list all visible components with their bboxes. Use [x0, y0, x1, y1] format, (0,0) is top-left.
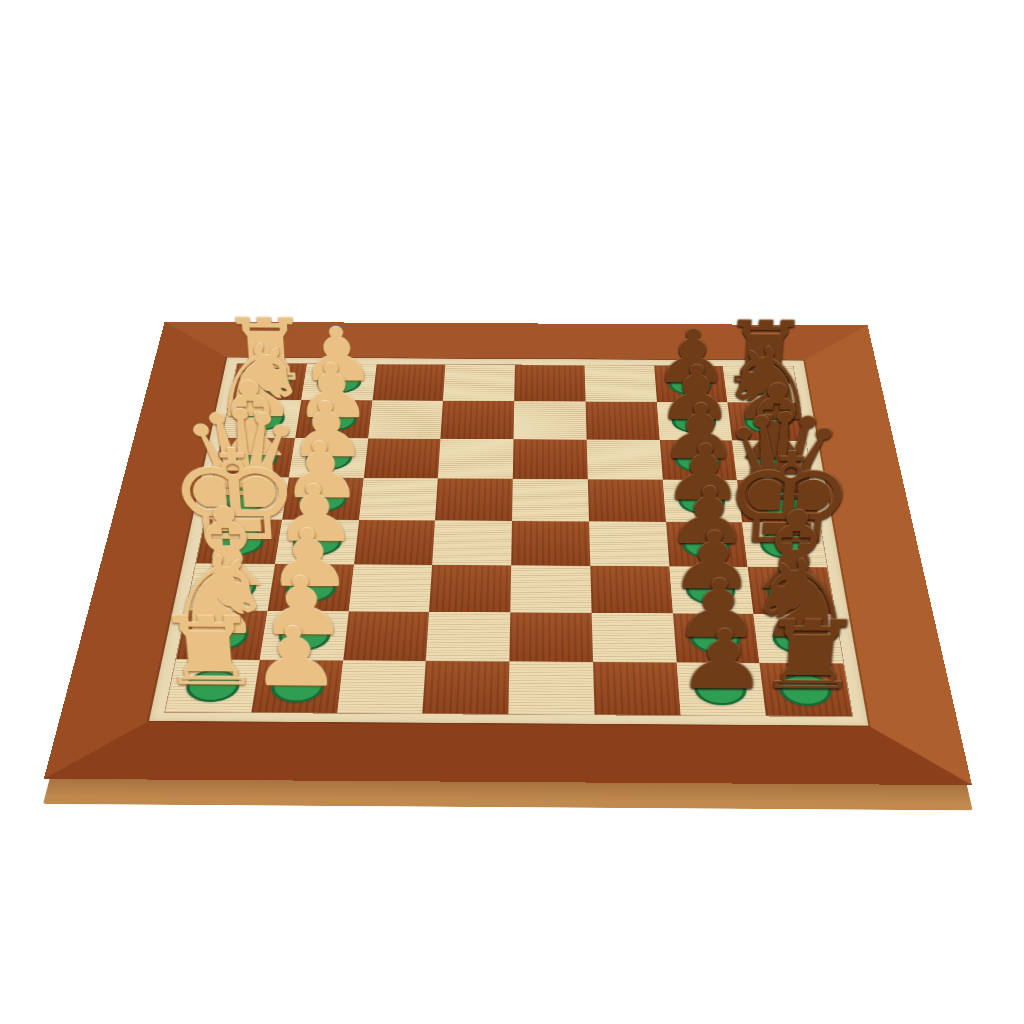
board-frame: ♜♟♟♜♞♟♟♞♝♟♟♝♛♟♟♛♚♟♟♚♝♟♟♝♞♟♟♞♜♟♟♜: [44, 322, 972, 786]
square-c4: [438, 439, 513, 479]
square-b4: [441, 401, 515, 439]
piece-dark-rook: ♜: [753, 608, 868, 703]
square-b3: [368, 400, 443, 438]
square-d5: [512, 479, 589, 521]
square-b6: [585, 401, 659, 439]
square-h5: [508, 662, 594, 715]
square-b5: [514, 401, 587, 439]
square-g4: [426, 612, 510, 662]
square-e3: [354, 520, 436, 565]
piece-white-pawn: ♟: [246, 616, 343, 698]
square-c6: [586, 439, 662, 479]
square-a5: [514, 365, 585, 402]
square-h2: ♟: [251, 660, 343, 713]
square-h7: ♟: [676, 663, 766, 716]
square-h4: [423, 661, 510, 714]
square-g5: [509, 612, 592, 662]
chess-board: ♜♟♟♜♞♟♟♞♝♟♟♝♛♟♟♛♚♟♟♚♝♟♟♝♞♟♟♞♜♟♟♜: [44, 322, 972, 786]
square-h1: ♜: [165, 660, 259, 713]
board-grid: ♜♟♟♜♞♟♟♞♝♟♟♝♛♟♟♛♚♟♟♚♝♟♟♝♞♟♟♞♜♟♟♜: [165, 363, 852, 716]
square-g6: [591, 613, 676, 663]
square-c3: [363, 438, 440, 478]
square-d3: [359, 478, 438, 520]
square-h8: ♜: [760, 663, 852, 716]
square-f5: [510, 565, 591, 612]
square-f6: [590, 566, 672, 613]
square-h6: [593, 662, 680, 715]
board-inlay: ♜♟♟♜♞♟♟♞♝♟♟♝♛♟♟♛♚♟♟♚♝♟♟♝♞♟♟♞♜♟♟♜: [149, 357, 868, 725]
square-e6: [589, 521, 669, 566]
square-a4: [443, 365, 515, 402]
square-a6: [584, 365, 656, 402]
perspective-wrapper: ♜♟♟♜♞♟♟♞♝♟♟♝♛♟♟♛♚♟♟♚♝♟♟♝♞♟♟♞♜♟♟♜: [0, 0, 1024, 1024]
square-a3: [372, 364, 445, 400]
square-h3: [337, 661, 426, 714]
square-d4: [435, 479, 513, 521]
square-f3: [348, 564, 432, 611]
square-c5: [513, 439, 588, 479]
square-e5: [511, 521, 590, 566]
square-d6: [588, 479, 666, 522]
square-f4: [429, 565, 511, 612]
square-g3: [343, 611, 430, 661]
square-e4: [432, 521, 512, 566]
product-photo: ♜♟♟♜♞♟♟♞♝♟♟♝♛♟♟♛♚♟♟♚♝♟♟♝♞♟♟♞♜♟♟♜: [0, 0, 1024, 1024]
